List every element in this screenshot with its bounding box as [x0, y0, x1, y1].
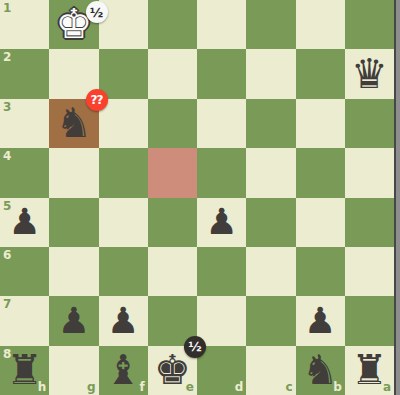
square-f2[interactable]: [99, 49, 148, 98]
square-e5[interactable]: [148, 198, 197, 247]
square-f5[interactable]: [99, 198, 148, 247]
square-c7[interactable]: [246, 296, 295, 345]
piece-black-bishop[interactable]: ♝: [99, 346, 148, 395]
square-c8[interactable]: c: [246, 346, 295, 395]
square-d4[interactable]: [197, 148, 246, 197]
square-f8[interactable]: f♝: [99, 346, 148, 395]
square-h4[interactable]: 4: [0, 148, 49, 197]
rank-label-6: 6: [3, 249, 11, 261]
square-g5[interactable]: [49, 198, 98, 247]
square-c3[interactable]: [246, 99, 295, 148]
piece-black-queen[interactable]: ♛: [345, 49, 394, 98]
rank-label-3: 3: [3, 101, 11, 113]
rank-label-2: 2: [3, 51, 11, 63]
square-c1[interactable]: [246, 0, 295, 49]
square-h2[interactable]: 2: [0, 49, 49, 98]
square-d3[interactable]: [197, 99, 246, 148]
square-b1[interactable]: [296, 0, 345, 49]
piece-black-pawn[interactable]: ♟: [0, 198, 49, 247]
piece-black-rook[interactable]: ♜: [0, 346, 49, 395]
square-b4[interactable]: [296, 148, 345, 197]
square-g7[interactable]: ♟: [49, 296, 98, 345]
square-d2[interactable]: [197, 49, 246, 98]
square-a4[interactable]: [345, 148, 394, 197]
square-e1[interactable]: [148, 0, 197, 49]
square-a8[interactable]: a♜: [345, 346, 394, 395]
right-panel-edge: [394, 0, 400, 395]
square-c2[interactable]: [246, 49, 295, 98]
square-c5[interactable]: [246, 198, 295, 247]
piece-black-knight[interactable]: ♞: [296, 346, 345, 395]
piece-black-rook[interactable]: ♜: [345, 346, 394, 395]
square-f4[interactable]: [99, 148, 148, 197]
file-label-c: c: [285, 381, 292, 393]
square-a1[interactable]: [345, 0, 394, 49]
square-e3[interactable]: [148, 99, 197, 148]
piece-black-pawn[interactable]: ♟: [296, 296, 345, 345]
square-d1[interactable]: [197, 0, 246, 49]
square-a3[interactable]: [345, 99, 394, 148]
square-e2[interactable]: [148, 49, 197, 98]
draw-result-badge-black: ½: [184, 336, 206, 358]
square-d8[interactable]: d: [197, 346, 246, 395]
square-b7[interactable]: ♟: [296, 296, 345, 345]
square-a6[interactable]: [345, 247, 394, 296]
square-g4[interactable]: [49, 148, 98, 197]
square-f7[interactable]: ♟: [99, 296, 148, 345]
piece-black-pawn[interactable]: ♟: [49, 296, 98, 345]
file-label-d: d: [235, 381, 244, 393]
square-b2[interactable]: [296, 49, 345, 98]
square-g6[interactable]: [49, 247, 98, 296]
square-b6[interactable]: [296, 247, 345, 296]
square-h5[interactable]: 5♟: [0, 198, 49, 247]
square-a7[interactable]: [345, 296, 394, 345]
square-d6[interactable]: [197, 247, 246, 296]
square-h7[interactable]: 7: [0, 296, 49, 345]
square-c6[interactable]: [246, 247, 295, 296]
file-label-g: g: [87, 381, 96, 393]
chessboard-screenshot: 1♚2♛3♞45♟♟67♟♟♟8h♜gf♝e♚dcb♞a♜??½½: [0, 0, 400, 395]
piece-black-pawn[interactable]: ♟: [197, 198, 246, 247]
square-c4[interactable]: [246, 148, 295, 197]
square-h1[interactable]: 1: [0, 0, 49, 49]
square-d7[interactable]: [197, 296, 246, 345]
blunder-badge: ??: [86, 89, 108, 111]
piece-black-pawn[interactable]: ♟: [99, 296, 148, 345]
square-b5[interactable]: [296, 198, 345, 247]
square-a2[interactable]: ♛: [345, 49, 394, 98]
square-h6[interactable]: 6: [0, 247, 49, 296]
square-a5[interactable]: [345, 198, 394, 247]
rank-label-1: 1: [3, 2, 11, 14]
chess-board[interactable]: 1♚2♛3♞45♟♟67♟♟♟8h♜gf♝e♚dcb♞a♜??½½: [0, 0, 394, 395]
draw-result-badge-white: ½: [86, 1, 108, 23]
square-f6[interactable]: [99, 247, 148, 296]
rank-label-7: 7: [3, 298, 11, 310]
square-e4[interactable]: [148, 148, 197, 197]
square-g8[interactable]: g: [49, 346, 98, 395]
rank-label-4: 4: [3, 150, 11, 162]
square-h8[interactable]: 8h♜: [0, 346, 49, 395]
square-d5[interactable]: ♟: [197, 198, 246, 247]
square-b8[interactable]: b♞: [296, 346, 345, 395]
square-b3[interactable]: [296, 99, 345, 148]
square-e6[interactable]: [148, 247, 197, 296]
square-h3[interactable]: 3: [0, 99, 49, 148]
